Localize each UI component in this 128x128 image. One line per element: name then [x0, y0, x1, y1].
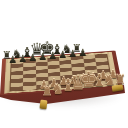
- black-pawn-b7[interactable]: ♟: [19, 54, 28, 64]
- board-square-b1[interactable]: [23, 85, 36, 90]
- black-pawn-e7[interactable]: ♟: [49, 51, 58, 61]
- board-square-a1[interactable]: [11, 86, 24, 91]
- black-pawn-f7[interactable]: ♟: [59, 50, 68, 60]
- black-pawn-c7[interactable]: ♟: [29, 53, 38, 63]
- brass-clasp-icon: [39, 100, 47, 110]
- black-pawn-h7[interactable]: ♟: [79, 48, 88, 58]
- black-pawn-d7[interactable]: ♟: [39, 52, 48, 62]
- black-pawn-g7[interactable]: ♟: [69, 49, 78, 59]
- chess-set-photo: ♜♞♝♛♚♝♞♜♟♟♟♟♟♟♟♟♟♟♟♟♟♟♟♟♜♞♝♛♚♝♞♜: [0, 0, 128, 128]
- white-rook-h1[interactable]: ♜: [114, 73, 126, 86]
- black-pawn-a7[interactable]: ♟: [9, 55, 18, 65]
